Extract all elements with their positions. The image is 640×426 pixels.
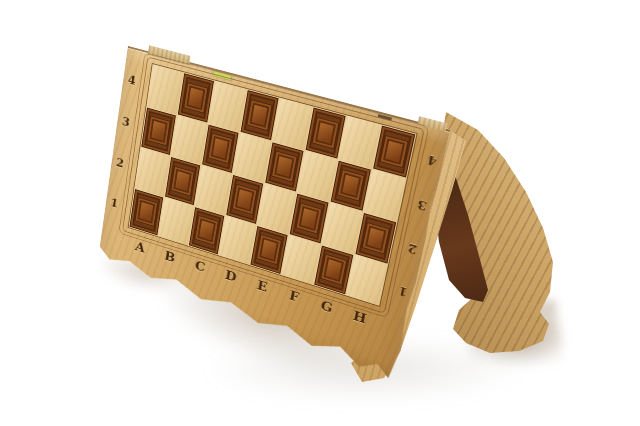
rank-label-right-4: 4 (423, 137, 442, 185)
board-front-half-face: 4321 4321 ABCDEFGH (94, 46, 450, 388)
rank-label-left-4: 4 (125, 57, 139, 101)
rank-label-left-1: 1 (108, 182, 121, 224)
play-area-frame (128, 63, 418, 307)
square-h1 (346, 254, 388, 306)
rank-label-right-2: 2 (404, 226, 422, 272)
rank-label-left-3: 3 (119, 100, 132, 144)
rank-label-left-2: 2 (114, 141, 127, 184)
chess-board-grid (129, 64, 417, 306)
product-photo-scene: 4321 4321 ABCDEFGH (0, 0, 640, 426)
